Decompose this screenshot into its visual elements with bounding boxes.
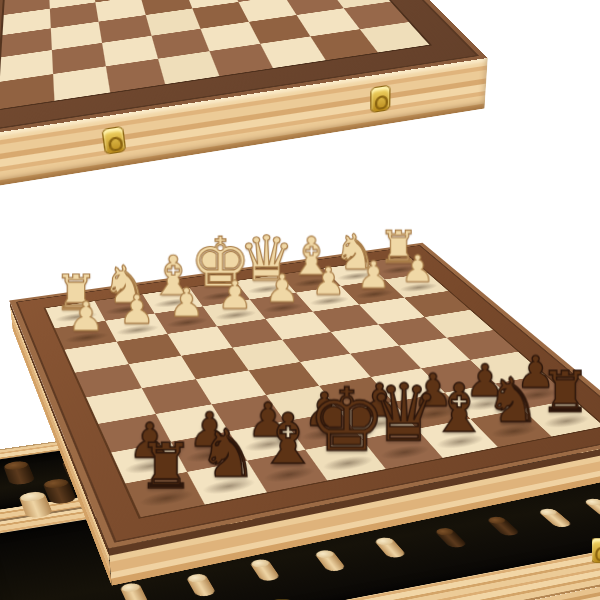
brass-clasp	[592, 538, 600, 562]
brass-clasp	[371, 86, 389, 112]
product-photo: ♜♞♝♚♛♝♞♜♟♟♟♟♟♟♟♟♟♟♟♟♟♟♟♟♜♞♝♚♛♝♞♜	[0, 0, 600, 600]
piece-black-rook[interactable]: ♜	[94, 437, 238, 496]
brass-clasp	[103, 127, 125, 154]
closed-box-lid-checkerboard	[0, 0, 488, 140]
